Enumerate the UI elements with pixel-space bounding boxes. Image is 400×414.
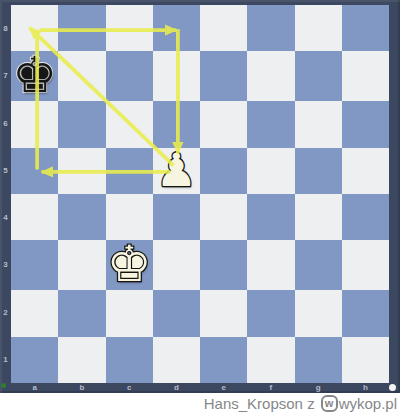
square-a7[interactable]: ♚ <box>11 51 58 101</box>
square-c1[interactable] <box>106 337 153 383</box>
square-a3[interactable] <box>11 240 58 290</box>
file-label-a: a <box>11 383 58 393</box>
square-g6[interactable] <box>295 101 342 147</box>
square-b7[interactable] <box>58 51 105 101</box>
square-h4[interactable] <box>342 194 389 240</box>
square-b2[interactable] <box>58 290 105 336</box>
piece-white-king-c3[interactable]: ♚ <box>107 239 152 289</box>
file-label-c: c <box>106 383 153 393</box>
square-h6[interactable] <box>342 101 389 147</box>
square-e2[interactable] <box>200 290 247 336</box>
square-c6[interactable] <box>106 101 153 147</box>
square-h7[interactable] <box>342 51 389 101</box>
connection-dot <box>1 383 6 388</box>
rank-label-4: 4 <box>0 194 11 241</box>
square-h1[interactable] <box>342 337 389 383</box>
square-f7[interactable] <box>247 51 294 101</box>
square-b4[interactable] <box>58 194 105 240</box>
square-g3[interactable] <box>295 240 342 290</box>
square-e4[interactable] <box>200 194 247 240</box>
square-a8[interactable] <box>11 5 58 51</box>
file-label-f: f <box>247 383 294 393</box>
rank-label-2: 2 <box>0 289 11 336</box>
wykop-logo-letter: w <box>325 398 334 409</box>
square-a6[interactable] <box>11 101 58 147</box>
square-d1[interactable] <box>153 337 200 383</box>
file-label-e: e <box>200 383 247 393</box>
square-d8[interactable] <box>153 5 200 51</box>
rank-label-3: 3 <box>0 241 11 288</box>
caption-author: Hans_Kropson z <box>204 395 315 412</box>
wykop-logo-icon: w <box>321 395 338 412</box>
square-g2[interactable] <box>295 290 342 336</box>
file-label-d: d <box>153 383 200 393</box>
square-f4[interactable] <box>247 194 294 240</box>
file-label-h: h <box>342 383 389 393</box>
piece-white-pawn-d5[interactable]: ♟ <box>156 147 197 193</box>
square-d6[interactable] <box>153 101 200 147</box>
screenshot: ♚♟♚ 87654321 abcdefgh Hans_Kropson z w w… <box>0 0 400 414</box>
square-c3[interactable]: ♚ <box>106 240 153 290</box>
square-e5[interactable] <box>200 148 247 194</box>
square-a1[interactable] <box>11 337 58 383</box>
square-g4[interactable] <box>295 194 342 240</box>
square-e8[interactable] <box>200 5 247 51</box>
square-g8[interactable] <box>295 5 342 51</box>
square-f5[interactable] <box>247 148 294 194</box>
square-g7[interactable] <box>295 51 342 101</box>
square-a5[interactable] <box>11 148 58 194</box>
square-e6[interactable] <box>200 101 247 147</box>
caption: Hans_Kropson z w wykop.pl <box>0 393 397 414</box>
square-f2[interactable] <box>247 290 294 336</box>
square-b5[interactable] <box>58 148 105 194</box>
square-f1[interactable] <box>247 337 294 383</box>
square-c8[interactable] <box>106 5 153 51</box>
caption-site: wykop.pl <box>339 395 397 412</box>
square-b6[interactable] <box>58 101 105 147</box>
square-d4[interactable] <box>153 194 200 240</box>
square-b8[interactable] <box>58 5 105 51</box>
square-b1[interactable] <box>58 337 105 383</box>
square-f3[interactable] <box>247 240 294 290</box>
file-label-b: b <box>58 383 105 393</box>
square-f8[interactable] <box>247 5 294 51</box>
rank-label-7: 7 <box>0 52 11 99</box>
side-to-move-indicator <box>389 384 396 391</box>
square-h5[interactable] <box>342 148 389 194</box>
square-c7[interactable] <box>106 51 153 101</box>
square-c4[interactable] <box>106 194 153 240</box>
rank-label-8: 8 <box>0 5 11 52</box>
square-d5[interactable]: ♟ <box>153 148 200 194</box>
file-label-g: g <box>295 383 342 393</box>
square-e1[interactable] <box>200 337 247 383</box>
square-h8[interactable] <box>342 5 389 51</box>
square-a4[interactable] <box>11 194 58 240</box>
rank-label-5: 5 <box>0 147 11 194</box>
square-h3[interactable] <box>342 240 389 290</box>
square-b3[interactable] <box>58 240 105 290</box>
square-c2[interactable] <box>106 290 153 336</box>
square-d3[interactable] <box>153 240 200 290</box>
square-g1[interactable] <box>295 337 342 383</box>
square-c5[interactable] <box>106 148 153 194</box>
piece-black-king-a7[interactable]: ♚ <box>12 50 57 100</box>
square-d2[interactable] <box>153 290 200 336</box>
rank-label-6: 6 <box>0 100 11 147</box>
square-d7[interactable] <box>153 51 200 101</box>
square-g5[interactable] <box>295 148 342 194</box>
square-e3[interactable] <box>200 240 247 290</box>
rank-label-1: 1 <box>0 336 11 383</box>
square-h2[interactable] <box>342 290 389 336</box>
square-e7[interactable] <box>200 51 247 101</box>
square-a2[interactable] <box>11 290 58 336</box>
board-squares: ♚♟♚ <box>11 5 389 383</box>
chess-board: ♚♟♚ 87654321 abcdefgh <box>0 0 400 393</box>
square-f6[interactable] <box>247 101 294 147</box>
